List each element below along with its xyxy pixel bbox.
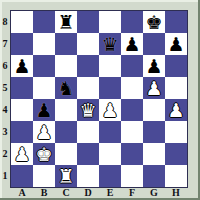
black-king: ♚	[145, 11, 162, 33]
square-e1[interactable]	[99, 165, 121, 187]
white-pawn: ♟	[145, 77, 162, 99]
chess-board[interactable]: ♜♚♛♟♟♟♟♞♟♟♛♟♟♟♟♚♜	[10, 10, 188, 188]
square-h7[interactable]: ♟	[165, 33, 187, 55]
white-rook: ♜	[57, 165, 74, 187]
file-label-d: D	[77, 188, 99, 198]
square-e2[interactable]	[99, 143, 121, 165]
square-h2[interactable]	[165, 143, 187, 165]
square-d5[interactable]	[77, 77, 99, 99]
square-e6[interactable]	[99, 55, 121, 77]
square-c2[interactable]	[55, 143, 77, 165]
square-d7[interactable]	[77, 33, 99, 55]
square-d6[interactable]	[77, 55, 99, 77]
square-e7[interactable]: ♛	[99, 33, 121, 55]
square-g1[interactable]	[143, 165, 165, 187]
square-d1[interactable]	[77, 165, 99, 187]
white-pawn: ♟	[167, 99, 184, 121]
square-g8[interactable]: ♚	[143, 11, 165, 33]
square-a7[interactable]	[11, 33, 33, 55]
square-b4[interactable]: ♟	[33, 99, 55, 121]
square-g5[interactable]: ♟	[143, 77, 165, 99]
square-f5[interactable]	[121, 77, 143, 99]
square-h3[interactable]	[165, 121, 187, 143]
square-d3[interactable]	[77, 121, 99, 143]
square-f2[interactable]	[121, 143, 143, 165]
rank-label-3: 3	[0, 121, 10, 143]
square-d2[interactable]	[77, 143, 99, 165]
square-f3[interactable]	[121, 121, 143, 143]
rank-label-5: 5	[0, 77, 10, 99]
file-label-f: F	[121, 188, 143, 198]
file-label-e: E	[99, 188, 121, 198]
black-pawn: ♟	[123, 33, 140, 55]
square-g4[interactable]	[143, 99, 165, 121]
black-pawn: ♟	[145, 55, 162, 77]
square-h4[interactable]: ♟	[165, 99, 187, 121]
white-king: ♚	[35, 143, 52, 165]
white-pawn: ♟	[13, 143, 30, 165]
rank-label-7: 7	[0, 33, 10, 55]
rank-labels: 87654321	[0, 11, 10, 187]
rank-label-4: 4	[0, 99, 10, 121]
black-queen: ♛	[101, 33, 118, 55]
square-b7[interactable]	[33, 33, 55, 55]
square-d8[interactable]	[77, 11, 99, 33]
square-a5[interactable]	[11, 77, 33, 99]
square-c1[interactable]: ♜	[55, 165, 77, 187]
file-label-c: C	[55, 188, 77, 198]
white-pawn: ♟	[101, 99, 118, 121]
square-e3[interactable]	[99, 121, 121, 143]
file-label-g: G	[143, 188, 165, 198]
square-c3[interactable]	[55, 121, 77, 143]
square-c6[interactable]	[55, 55, 77, 77]
black-pawn: ♟	[13, 55, 30, 77]
square-b8[interactable]	[33, 11, 55, 33]
square-h1[interactable]	[165, 165, 187, 187]
square-d4[interactable]: ♛	[77, 99, 99, 121]
square-b6[interactable]	[33, 55, 55, 77]
square-g3[interactable]	[143, 121, 165, 143]
square-b2[interactable]: ♚	[33, 143, 55, 165]
square-g7[interactable]	[143, 33, 165, 55]
white-pawn: ♟	[35, 121, 52, 143]
file-label-a: A	[11, 188, 33, 198]
square-c7[interactable]	[55, 33, 77, 55]
square-a8[interactable]	[11, 11, 33, 33]
square-e5[interactable]	[99, 77, 121, 99]
square-b3[interactable]: ♟	[33, 121, 55, 143]
black-rook: ♜	[57, 11, 74, 33]
white-queen: ♛	[79, 99, 96, 121]
black-knight: ♞	[57, 77, 74, 99]
square-g2[interactable]	[143, 143, 165, 165]
square-h5[interactable]	[165, 77, 187, 99]
rank-label-8: 8	[0, 11, 10, 33]
square-a3[interactable]	[11, 121, 33, 143]
square-a1[interactable]	[11, 165, 33, 187]
file-label-b: B	[33, 188, 55, 198]
rank-label-1: 1	[0, 165, 10, 187]
square-b5[interactable]	[33, 77, 55, 99]
square-h6[interactable]	[165, 55, 187, 77]
square-e8[interactable]	[99, 11, 121, 33]
rank-label-2: 2	[0, 143, 10, 165]
square-f8[interactable]	[121, 11, 143, 33]
square-b1[interactable]	[33, 165, 55, 187]
black-pawn: ♟	[167, 33, 184, 55]
square-a6[interactable]: ♟	[11, 55, 33, 77]
square-e4[interactable]: ♟	[99, 99, 121, 121]
square-f7[interactable]: ♟	[121, 33, 143, 55]
rank-label-6: 6	[0, 55, 10, 77]
black-pawn: ♟	[35, 99, 52, 121]
square-f4[interactable]	[121, 99, 143, 121]
board-frame: 87654321 ♜♚♛♟♟♟♟♞♟♟♛♟♟♟♟♚♜ ABCDEFGH	[0, 0, 200, 200]
file-label-h: H	[165, 188, 187, 198]
square-g6[interactable]: ♟	[143, 55, 165, 77]
square-f1[interactable]	[121, 165, 143, 187]
square-c4[interactable]	[55, 99, 77, 121]
square-a2[interactable]: ♟	[11, 143, 33, 165]
square-c5[interactable]: ♞	[55, 77, 77, 99]
square-a4[interactable]	[11, 99, 33, 121]
square-f6[interactable]	[121, 55, 143, 77]
square-h8[interactable]	[165, 11, 187, 33]
file-labels: ABCDEFGH	[11, 188, 187, 198]
square-c8[interactable]: ♜	[55, 11, 77, 33]
